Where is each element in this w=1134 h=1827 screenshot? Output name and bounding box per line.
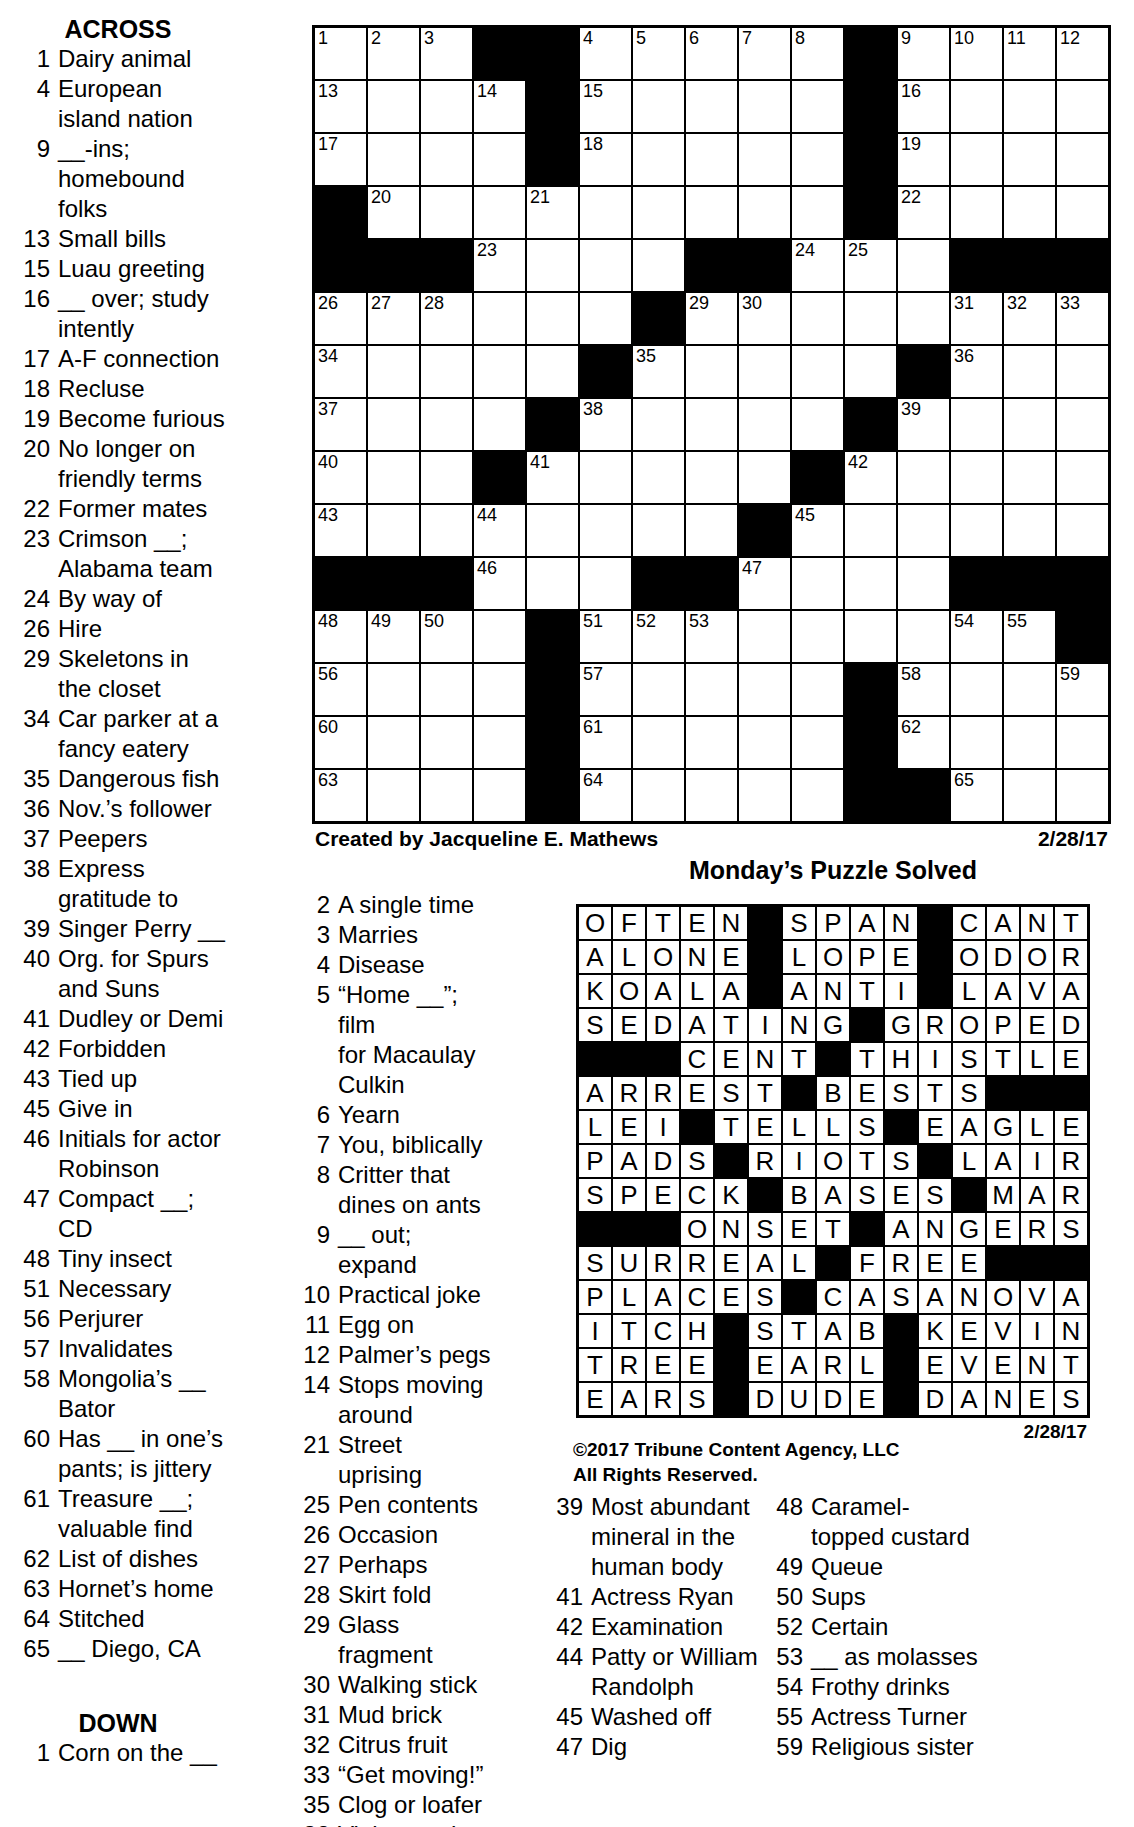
cell-letter: S (960, 1046, 977, 1072)
puzzle-cell-r15c9[interactable] (739, 770, 790, 821)
puzzle-cell-r2c4[interactable]: 14 (474, 81, 525, 132)
puzzle-cell-r9c9[interactable] (739, 452, 790, 503)
puzzle-cell-r13c7[interactable] (633, 664, 684, 715)
cell-number: 64 (583, 771, 603, 791)
puzzle-cell-r3c13[interactable] (951, 134, 1002, 185)
clue-number: 3 (292, 920, 330, 950)
puzzle-cell-r6c2[interactable]: 27 (368, 293, 419, 344)
cell-number: 17 (318, 135, 338, 155)
puzzle-cell-r13c13[interactable] (951, 664, 1002, 715)
cell-letter: L (622, 1284, 636, 1310)
puzzle-cell-r9c12[interactable] (898, 452, 949, 503)
puzzle-cell-r8c1[interactable]: 37 (315, 399, 366, 450)
puzzle-cell-r13c3[interactable] (421, 664, 472, 715)
puzzle-cell-r13c2[interactable] (368, 664, 419, 715)
puzzle-cell-r8c7[interactable] (633, 399, 684, 450)
puzzle-cell-r12c11[interactable] (845, 611, 896, 662)
puzzle-cell-r10c4[interactable]: 44 (474, 505, 525, 556)
puzzle-cell-r4c5[interactable]: 21 (527, 187, 578, 238)
puzzle-cell-r14c15[interactable] (1057, 717, 1108, 768)
puzzle-cell-r4c15[interactable] (1057, 187, 1108, 238)
puzzle-cell-r13c15[interactable]: 59 (1057, 664, 1108, 715)
puzzle-cell-r8c12[interactable]: 39 (898, 399, 949, 450)
puzzle-cell-r6c15[interactable]: 33 (1057, 293, 1108, 344)
puzzle-cell-r10c1[interactable]: 43 (315, 505, 366, 556)
cell-letter: V (960, 1352, 977, 1378)
puzzle-cell-r5c2 (368, 240, 419, 291)
clue-number: 19 (12, 404, 50, 434)
puzzle-cell-r9c11[interactable]: 42 (845, 452, 896, 503)
cell-letter: A (858, 1284, 875, 1310)
puzzle-cell-r6c9[interactable]: 30 (739, 293, 790, 344)
puzzle-cell-r7c3[interactable] (421, 346, 472, 397)
puzzle-cell-r3c14[interactable] (1004, 134, 1055, 185)
solution-cell-r3c9: T (851, 975, 883, 1007)
cell-letter: D (994, 944, 1013, 970)
clue-number: 64 (12, 1604, 50, 1634)
solution-cell-r2c3: O (647, 941, 679, 973)
cell-letter: T (1063, 1352, 1079, 1378)
puzzle-cell-r5c5[interactable] (527, 240, 578, 291)
cell-letter: N (1062, 1318, 1081, 1344)
puzzle-cell-r7c1[interactable]: 34 (315, 346, 366, 397)
puzzle-cell-r6c12[interactable] (898, 293, 949, 344)
solution-cell-r7c10 (885, 1111, 917, 1143)
puzzle-cell-r7c10[interactable] (792, 346, 843, 397)
puzzle-cell-r8c3[interactable] (421, 399, 472, 450)
puzzle-cell-r2c13[interactable] (951, 81, 1002, 132)
puzzle-cell-r13c4[interactable] (474, 664, 525, 715)
solution-cell-r2c4: N (681, 941, 713, 973)
puzzle-cell-r3c8[interactable] (686, 134, 737, 185)
clue-text: Hornet’s home (58, 1574, 214, 1604)
puzzle-cell-r10c15[interactable] (1057, 505, 1108, 556)
clue-across-19: 19Become furious (12, 404, 262, 434)
puzzle-cell-r11c6[interactable] (580, 558, 631, 609)
solution-cell-r9c9: S (851, 1179, 883, 1211)
clue-number: 15 (12, 254, 50, 284)
puzzle-cell-r3c7[interactable] (633, 134, 684, 185)
solution-cell-r6c14 (1021, 1077, 1053, 1109)
puzzle-cell-r8c4[interactable] (474, 399, 525, 450)
puzzle-cell-r3c4[interactable] (474, 134, 525, 185)
puzzle-cell-r7c11[interactable] (845, 346, 896, 397)
puzzle-cell-r14c8[interactable] (686, 717, 737, 768)
puzzle-cell-r15c14[interactable] (1004, 770, 1055, 821)
puzzle-cell-r12c5 (527, 611, 578, 662)
puzzle-cell-r15c10[interactable] (792, 770, 843, 821)
puzzle-cell-r2c6[interactable]: 15 (580, 81, 631, 132)
puzzle-cell-r10c3[interactable] (421, 505, 472, 556)
cell-letter: N (1028, 910, 1047, 936)
puzzle-cell-r4c10[interactable] (792, 187, 843, 238)
puzzle-cell-r3c2[interactable] (368, 134, 419, 185)
puzzle-cell-r3c10[interactable] (792, 134, 843, 185)
puzzle-cell-r11c11[interactable] (845, 558, 896, 609)
cell-number: 8 (795, 29, 805, 49)
puzzle-cell-r4c3[interactable] (421, 187, 472, 238)
puzzle-cell-r15c6[interactable]: 64 (580, 770, 631, 821)
puzzle-cell-r4c14[interactable] (1004, 187, 1055, 238)
puzzle-cell-r14c3[interactable] (421, 717, 472, 768)
puzzle-cell-r11c13 (951, 558, 1002, 609)
cell-letter: A (994, 910, 1011, 936)
puzzle-cell-r12c6[interactable]: 51 (580, 611, 631, 662)
puzzle-cell-r15c2[interactable] (368, 770, 419, 821)
cell-number: 25 (848, 241, 868, 261)
puzzle-cell-r15c13[interactable]: 65 (951, 770, 1002, 821)
puzzle-cell-r12c3[interactable]: 50 (421, 611, 472, 662)
rights-reserved: All Rights Reserved. (573, 1462, 900, 1487)
cell-letter: P (620, 1182, 637, 1208)
solution-cell-r12c7 (783, 1281, 815, 1313)
puzzle-cell-r6c7 (633, 293, 684, 344)
puzzle-cell-r10c5[interactable] (527, 505, 578, 556)
clue-number: 18 (12, 374, 50, 404)
clue-down-27: 27Perhaps (292, 1550, 492, 1580)
cell-letter: E (688, 1080, 705, 1106)
solution-cell-r4c11: R (919, 1009, 951, 1041)
clue-number: 31 (292, 1700, 330, 1730)
puzzle-cell-r12c13[interactable]: 54 (951, 611, 1002, 662)
solution-cell-r12c6: S (749, 1281, 781, 1313)
solution-cell-r3c13: A (987, 975, 1019, 1007)
puzzle-cell-r13c12[interactable]: 58 (898, 664, 949, 715)
cell-letter: A (1062, 978, 1079, 1004)
puzzle-cell-r9c6[interactable] (580, 452, 631, 503)
clue-number: 47 (545, 1732, 583, 1762)
puzzle-cell-r1c15[interactable]: 12 (1057, 28, 1108, 79)
puzzle-cell-r15c3[interactable] (421, 770, 472, 821)
puzzle-cell-r9c1[interactable]: 40 (315, 452, 366, 503)
puzzle-cell-r6c1[interactable]: 26 (315, 293, 366, 344)
puzzle-cell-r6c3[interactable]: 28 (421, 293, 472, 344)
puzzle-cell-r12c9[interactable] (739, 611, 790, 662)
puzzle-cell-r12c8[interactable]: 53 (686, 611, 737, 662)
solution-cell-r2c11 (919, 941, 951, 973)
puzzle-cell-r3c12[interactable]: 19 (898, 134, 949, 185)
clue-text: Become furious (58, 404, 225, 434)
cell-letter: O (959, 1012, 979, 1038)
solution-cell-r8c6: R (749, 1145, 781, 1177)
clue-text: Walking stick (338, 1670, 477, 1700)
cell-letter: E (926, 1352, 943, 1378)
puzzle-cell-r6c4[interactable] (474, 293, 525, 344)
puzzle-cell-r8c15[interactable] (1057, 399, 1108, 450)
puzzle-cell-r12c1[interactable]: 48 (315, 611, 366, 662)
puzzle-cell-r5c7[interactable] (633, 240, 684, 291)
cell-letter: N (960, 1284, 979, 1310)
puzzle-cell-r2c12[interactable]: 16 (898, 81, 949, 132)
solution-cell-r1c15: T (1055, 907, 1087, 939)
clue-text: No longer on friendly terms (58, 434, 202, 494)
puzzle-cell-r1c13[interactable]: 10 (951, 28, 1002, 79)
clue-across-45: 45Give in (12, 1094, 262, 1124)
solution-cell-r9c15: R (1055, 1179, 1087, 1211)
cell-number: 45 (795, 506, 815, 526)
clue-number: 9 (292, 1220, 330, 1250)
solution-cell-r10c14: R (1021, 1213, 1053, 1245)
puzzle-cell-r3c6[interactable]: 18 (580, 134, 631, 185)
cell-letter: A (654, 978, 671, 1004)
cell-letter: N (824, 978, 843, 1004)
cell-letter: S (1062, 1386, 1079, 1412)
puzzle-cell-r10c11[interactable] (845, 505, 896, 556)
puzzle-cell-r4c9[interactable] (739, 187, 790, 238)
solution-cell-r10c5: N (715, 1213, 747, 1245)
cell-letter: A (994, 978, 1011, 1004)
puzzle-cell-r12c7[interactable]: 52 (633, 611, 684, 662)
puzzle-cell-r14c4[interactable] (474, 717, 525, 768)
cell-letter: A (654, 1284, 671, 1310)
puzzle-cell-r7c14[interactable] (1004, 346, 1055, 397)
clue-text: Peepers (58, 824, 147, 854)
clue-down-53: 53__ as molasses (765, 1642, 1030, 1672)
puzzle-cell-r11c10[interactable] (792, 558, 843, 609)
puzzle-cell-r9c14[interactable] (1004, 452, 1055, 503)
puzzle-cell-r10c8[interactable] (686, 505, 737, 556)
puzzle-cell-r8c11 (845, 399, 896, 450)
puzzle-cell-r5c6[interactable] (580, 240, 631, 291)
puzzle-cell-r4c4[interactable] (474, 187, 525, 238)
puzzle-cell-r4c2[interactable]: 20 (368, 187, 419, 238)
puzzle-cell-r15c8[interactable] (686, 770, 737, 821)
solution-cell-r9c4: C (681, 1179, 713, 1211)
cell-letter: E (756, 1352, 773, 1378)
puzzle-cell-r11c9[interactable]: 47 (739, 558, 790, 609)
clue-text: Stops moving around (338, 1370, 483, 1430)
puzzle-cell-r9c2[interactable] (368, 452, 419, 503)
solution-cell-r6c7 (783, 1077, 815, 1109)
puzzle-cell-r15c15[interactable] (1057, 770, 1108, 821)
clue-text: Actress Ryan (591, 1582, 734, 1612)
puzzle-cell-r14c2[interactable] (368, 717, 419, 768)
puzzle-cell-r1c14[interactable]: 11 (1004, 28, 1055, 79)
puzzle-cell-r7c2[interactable] (368, 346, 419, 397)
puzzle-cell-r14c9[interactable] (739, 717, 790, 768)
puzzle-cell-r9c15[interactable] (1057, 452, 1108, 503)
puzzle-cell-r9c7[interactable] (633, 452, 684, 503)
puzzle-cell-r7c9[interactable] (739, 346, 790, 397)
puzzle-cell-r13c10[interactable] (792, 664, 843, 715)
solution-cell-r4c7: N (783, 1009, 815, 1041)
down-clue-column-4: 48Caramel- topped custard49Queue50Sups52… (765, 1492, 1030, 1762)
solution-cell-r7c14: L (1021, 1111, 1053, 1143)
puzzle-cell-r9c5[interactable]: 41 (527, 452, 578, 503)
puzzle-cell-r10c7[interactable] (633, 505, 684, 556)
puzzle-cell-r1c3[interactable]: 3 (421, 28, 472, 79)
puzzle-cell-r14c1[interactable]: 60 (315, 717, 366, 768)
puzzle-cell-r6c5[interactable] (527, 293, 578, 344)
puzzle-cell-r7c13[interactable]: 36 (951, 346, 1002, 397)
cell-letter: S (688, 1386, 705, 1412)
puzzle-cell-r5c1 (315, 240, 366, 291)
puzzle-cell-r12c10[interactable] (792, 611, 843, 662)
solution-cell-r6c5: S (715, 1077, 747, 1109)
puzzle-cell-r4c13[interactable] (951, 187, 1002, 238)
solution-cell-r3c10: I (885, 975, 917, 1007)
puzzle-cell-r10c13[interactable] (951, 505, 1002, 556)
cell-letter: I (761, 1012, 768, 1038)
clue-text: Washed off (591, 1702, 711, 1732)
puzzle-cell-r11c5[interactable] (527, 558, 578, 609)
puzzle-cell-r2c7[interactable] (633, 81, 684, 132)
solution-cell-r3c7: A (783, 975, 815, 1007)
solution-cell-r4c1: S (579, 1009, 611, 1041)
puzzle-cell-r2c10[interactable] (792, 81, 843, 132)
puzzle-cell-r1c8[interactable]: 6 (686, 28, 737, 79)
puzzle-cell-r2c11 (845, 81, 896, 132)
puzzle-cell-r7c8[interactable] (686, 346, 737, 397)
puzzle-cell-r1c10[interactable]: 8 (792, 28, 843, 79)
solution-cell-r13c9: B (851, 1315, 883, 1347)
puzzle-cell-r1c2[interactable]: 2 (368, 28, 419, 79)
solution-cell-r9c13: M (987, 1179, 1019, 1211)
puzzle-cell-r1c12[interactable]: 9 (898, 28, 949, 79)
puzzle-cell-r11c4[interactable]: 46 (474, 558, 525, 609)
puzzle-cell-r3c9[interactable] (739, 134, 790, 185)
puzzle-cell-r13c14[interactable] (1004, 664, 1055, 715)
clue-text: Tiny insect (58, 1244, 172, 1274)
puzzle-cell-r5c4[interactable]: 23 (474, 240, 525, 291)
puzzle-cell-r6c6[interactable] (580, 293, 631, 344)
cell-letter: D (926, 1386, 945, 1412)
puzzle-cell-r4c8[interactable] (686, 187, 737, 238)
puzzle-cell-r14c7[interactable] (633, 717, 684, 768)
solution-cell-r13c5 (715, 1315, 747, 1347)
puzzle-cell-r5c10[interactable]: 24 (792, 240, 843, 291)
puzzle-cell-r8c9[interactable] (739, 399, 790, 450)
puzzle-cell-r6c8[interactable]: 29 (686, 293, 737, 344)
solution-cell-r4c10: G (885, 1009, 917, 1041)
cell-letter: S (926, 1182, 943, 1208)
puzzle-cell-r7c7[interactable]: 35 (633, 346, 684, 397)
solution-cell-r12c4: C (681, 1281, 713, 1313)
clue-down-45: 45Washed off (545, 1702, 790, 1732)
clue-number: 41 (12, 1004, 50, 1034)
cell-letter: P (824, 910, 841, 936)
clue-number: 58 (12, 1364, 50, 1394)
puzzle-cell-r12c2[interactable]: 49 (368, 611, 419, 662)
puzzle-cell-r15c1[interactable]: 63 (315, 770, 366, 821)
puzzle-cell-r2c8[interactable] (686, 81, 737, 132)
solution-cell-r10c2 (613, 1213, 645, 1245)
puzzle-cell-r1c7[interactable]: 5 (633, 28, 684, 79)
puzzle-cell-r2c3[interactable] (421, 81, 472, 132)
puzzle-cell-r14c10[interactable] (792, 717, 843, 768)
solution-cell-r14c13: E (987, 1349, 1019, 1381)
clue-number: 4 (12, 74, 50, 104)
puzzle-cell-r12c14[interactable]: 55 (1004, 611, 1055, 662)
puzzle-cell-r12c12[interactable] (898, 611, 949, 662)
puzzle-cell-r10c10[interactable]: 45 (792, 505, 843, 556)
puzzle-cell-r10c6[interactable] (580, 505, 631, 556)
solution-cell-r12c10: S (885, 1281, 917, 1313)
puzzle-cell-r9c13[interactable] (951, 452, 1002, 503)
puzzle-cell-r8c2[interactable] (368, 399, 419, 450)
clue-text: Marries (338, 920, 418, 950)
puzzle-cell-r13c8[interactable] (686, 664, 737, 715)
puzzle-cell-r6c14[interactable]: 32 (1004, 293, 1055, 344)
puzzle-cell-r2c2[interactable] (368, 81, 419, 132)
puzzle-cell-r2c14[interactable] (1004, 81, 1055, 132)
clue-number: 4 (292, 950, 330, 980)
puzzle-cell-r8c6[interactable]: 38 (580, 399, 631, 450)
puzzle-cell-r3c3[interactable] (421, 134, 472, 185)
cell-letter: O (823, 944, 843, 970)
puzzle-cell-r8c8[interactable] (686, 399, 737, 450)
puzzle-cell-r6c10[interactable] (792, 293, 843, 344)
clue-across-60: 60Has __ in one’s pants; is jittery (12, 1424, 262, 1484)
puzzle-cell-r10c14[interactable] (1004, 505, 1055, 556)
puzzle-cell-r14c6[interactable]: 61 (580, 717, 631, 768)
puzzle-cell-r1c9[interactable]: 7 (739, 28, 790, 79)
puzzle-cell-r7c15[interactable] (1057, 346, 1108, 397)
solution-cell-r10c15: S (1055, 1213, 1087, 1245)
puzzle-cell-r7c5[interactable] (527, 346, 578, 397)
puzzle-cell-r8c13[interactable] (951, 399, 1002, 450)
puzzle-cell-r1c6[interactable]: 4 (580, 28, 631, 79)
clue-number: 6 (292, 1100, 330, 1130)
cell-letter: E (1028, 1012, 1045, 1038)
puzzle-cell-r5c12[interactable] (898, 240, 949, 291)
puzzle-cell-r8c10[interactable] (792, 399, 843, 450)
clue-across-42: 42Forbidden (12, 1034, 262, 1064)
clue-text: Yearn (338, 1100, 400, 1130)
puzzle-cell-r12c4[interactable] (474, 611, 525, 662)
puzzle-cell-r6c13[interactable]: 31 (951, 293, 1002, 344)
puzzle-cell-r13c1[interactable]: 56 (315, 664, 366, 715)
clue-number: 22 (12, 494, 50, 524)
clue-text: Forbidden (58, 1034, 166, 1064)
puzzle-cell-r3c1[interactable]: 17 (315, 134, 366, 185)
puzzle-cell-r9c8[interactable] (686, 452, 737, 503)
puzzle-cell-r13c6[interactable]: 57 (580, 664, 631, 715)
solution-cell-r11c9: F (851, 1247, 883, 1279)
clue-text: Most abundant mineral in the human body (591, 1492, 750, 1582)
cell-letter: T (723, 1114, 739, 1140)
puzzle-cell-r14c12[interactable]: 62 (898, 717, 949, 768)
puzzle-cell-r7c4[interactable] (474, 346, 525, 397)
puzzle-cell-r15c7[interactable] (633, 770, 684, 821)
puzzle-cell-r13c9[interactable] (739, 664, 790, 715)
puzzle-cell-r2c1[interactable]: 13 (315, 81, 366, 132)
puzzle-cell-r14c14[interactable] (1004, 717, 1055, 768)
puzzle-cell-r10c2[interactable] (368, 505, 419, 556)
puzzle-cell-r2c15[interactable] (1057, 81, 1108, 132)
cell-letter: S (756, 1216, 773, 1242)
cell-letter: N (722, 1216, 741, 1242)
puzzle-cell-r8c14[interactable] (1004, 399, 1055, 450)
puzzle-cell-r15c4[interactable] (474, 770, 525, 821)
clue-number: 45 (12, 1094, 50, 1124)
puzzle-cell-r4c6[interactable] (580, 187, 631, 238)
puzzle-cell-r3c15[interactable] (1057, 134, 1108, 185)
puzzle-cell-r1c1[interactable]: 1 (315, 28, 366, 79)
puzzle-cell-r10c12[interactable] (898, 505, 949, 556)
puzzle-cell-r11c12[interactable] (898, 558, 949, 609)
puzzle-cell-r4c12[interactable]: 22 (898, 187, 949, 238)
cell-number: 11 (1007, 29, 1026, 49)
puzzle-cell-r5c11[interactable]: 25 (845, 240, 896, 291)
puzzle-cell-r4c7[interactable] (633, 187, 684, 238)
puzzle-cell-r9c3[interactable] (421, 452, 472, 503)
puzzle-cell-r14c13[interactable] (951, 717, 1002, 768)
puzzle-cell-r2c9[interactable] (739, 81, 790, 132)
puzzle-cell-r6c11[interactable] (845, 293, 896, 344)
clue-number: 50 (765, 1582, 803, 1612)
cell-letter: E (654, 1352, 671, 1378)
